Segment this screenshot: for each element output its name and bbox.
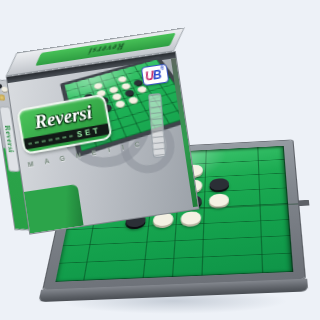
set-band-dashes — [28, 134, 73, 144]
product-photo: ●●●●●●●●●●●●●● Reversi Reversi — [0, 0, 320, 320]
ub-brand-logo: UB® — [141, 63, 170, 86]
white-disc: ● — [126, 95, 139, 105]
white-disc: ● — [114, 99, 127, 109]
box-green-corner — [20, 184, 84, 235]
hinge-right — [298, 200, 310, 206]
white-disc: ● — [135, 84, 148, 93]
box-top-label: Reversi — [85, 41, 126, 57]
product-box: Reversi Reversi ●●●●●●●●●●●●●● — [0, 27, 214, 244]
box-subtitle: SET — [76, 126, 102, 139]
registered-mark: ® — [160, 66, 164, 71]
box-front-panel: ●●●●●●●●●●●●●● ● ● Reversi SET M A G N E… — [6, 51, 200, 235]
gold-badge-icon — [0, 95, 5, 101]
